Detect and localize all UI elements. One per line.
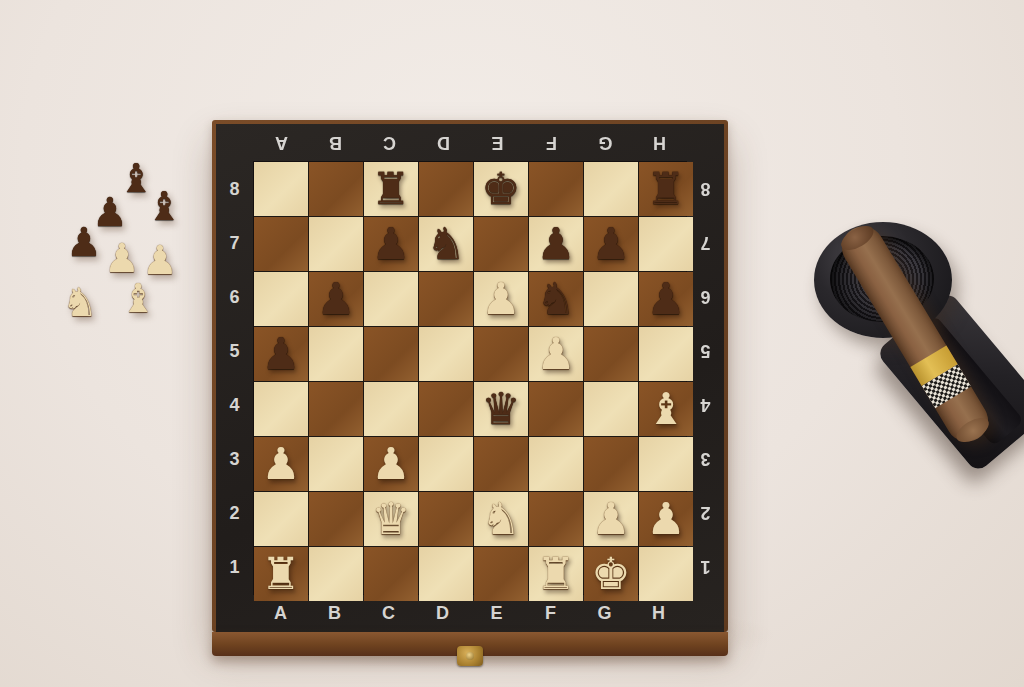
square-c3[interactable]: ♟ <box>364 437 418 491</box>
black-pawn-g7[interactable]: ♟ <box>591 222 630 266</box>
square-f6[interactable]: ♞ <box>529 272 583 326</box>
square-a6[interactable] <box>254 272 308 326</box>
square-d7[interactable]: ♞ <box>419 217 473 271</box>
rank-label-right-8: 8 <box>688 162 722 216</box>
rank-label-left-4: 4 <box>218 378 252 432</box>
square-a3[interactable]: ♟ <box>254 437 308 491</box>
square-d5[interactable] <box>419 327 473 381</box>
scene: ♝♝♟♟ ♟♟♝♞ ABCDEFGH ABCDEFGH 87654321 876… <box>0 0 1024 687</box>
white-bishop-h4[interactable]: ♝ <box>646 387 685 431</box>
square-f8[interactable] <box>529 162 583 216</box>
white-knight-e2[interactable]: ♞ <box>481 497 520 541</box>
file-label-top-e: E <box>470 126 524 160</box>
white-rook-f1[interactable]: ♜ <box>536 552 575 596</box>
square-a8[interactable] <box>254 162 308 216</box>
square-f2[interactable] <box>529 492 583 546</box>
square-h4[interactable]: ♝ <box>639 382 693 436</box>
rank-label-left-2: 2 <box>218 486 252 540</box>
rank-label-right-7: 7 <box>688 216 722 270</box>
black-knight-f6[interactable]: ♞ <box>536 277 575 321</box>
square-g3[interactable] <box>584 437 638 491</box>
rank-labels-left: 87654321 <box>218 162 252 594</box>
square-a2[interactable] <box>254 492 308 546</box>
file-label-bottom-d: D <box>416 596 470 630</box>
file-label-bottom-a: A <box>254 596 308 630</box>
square-h7[interactable] <box>639 217 693 271</box>
square-h5[interactable] <box>639 327 693 381</box>
white-pawn-a3[interactable]: ♟ <box>261 442 300 486</box>
captured-white-pawn[interactable]: ♟ <box>104 238 140 278</box>
ashtray <box>806 216 1016 446</box>
square-a7[interactable] <box>254 217 308 271</box>
board-front-edge <box>212 632 728 656</box>
square-b2[interactable] <box>309 492 363 546</box>
white-queen-c2[interactable]: ♛ <box>371 497 410 541</box>
square-h1[interactable] <box>639 547 693 601</box>
square-h3[interactable] <box>639 437 693 491</box>
white-pawn-c3[interactable]: ♟ <box>371 442 410 486</box>
square-a4[interactable] <box>254 382 308 436</box>
file-label-top-f: F <box>524 126 578 160</box>
square-e7[interactable] <box>474 217 528 271</box>
black-pawn-b6[interactable]: ♟ <box>316 277 355 321</box>
file-label-bottom-h: H <box>632 596 686 630</box>
captured-white-bishop[interactable]: ♝ <box>120 278 156 318</box>
square-c7[interactable]: ♟ <box>364 217 418 271</box>
rank-label-right-4: 4 <box>688 378 722 432</box>
white-pawn-f5[interactable]: ♟ <box>536 332 575 376</box>
rank-label-left-1: 1 <box>218 540 252 594</box>
white-pawn-e6[interactable]: ♟ <box>481 277 520 321</box>
square-e1[interactable] <box>474 547 528 601</box>
square-f7[interactable]: ♟ <box>529 217 583 271</box>
file-label-top-h: H <box>632 126 686 160</box>
rank-label-left-8: 8 <box>218 162 252 216</box>
square-g8[interactable] <box>584 162 638 216</box>
square-e3[interactable] <box>474 437 528 491</box>
rank-label-right-1: 1 <box>688 540 722 594</box>
file-label-bottom-f: F <box>524 596 578 630</box>
file-labels-top: ABCDEFGH <box>254 126 686 160</box>
black-rook-c8[interactable]: ♜ <box>371 167 410 211</box>
square-e4[interactable]: ♛ <box>474 382 528 436</box>
square-b7[interactable] <box>309 217 363 271</box>
white-rook-a1[interactable]: ♜ <box>261 552 300 596</box>
square-h8[interactable]: ♜ <box>639 162 693 216</box>
file-label-bottom-c: C <box>362 596 416 630</box>
rank-label-left-5: 5 <box>218 324 252 378</box>
file-label-top-b: B <box>308 126 362 160</box>
rank-label-left-6: 6 <box>218 270 252 324</box>
file-label-top-c: C <box>362 126 416 160</box>
square-b1[interactable] <box>309 547 363 601</box>
square-a1[interactable]: ♜ <box>254 547 308 601</box>
square-f3[interactable] <box>529 437 583 491</box>
square-b5[interactable] <box>309 327 363 381</box>
square-d8[interactable] <box>419 162 473 216</box>
black-king-e8[interactable]: ♚ <box>481 167 520 211</box>
square-h2[interactable]: ♟ <box>639 492 693 546</box>
square-c1[interactable] <box>364 547 418 601</box>
captured-white-pawn[interactable]: ♟ <box>142 240 178 280</box>
square-c2[interactable]: ♛ <box>364 492 418 546</box>
black-queen-e4[interactable]: ♛ <box>481 387 520 431</box>
rank-label-right-2: 2 <box>688 486 722 540</box>
square-b4[interactable] <box>309 382 363 436</box>
cigar-cap <box>837 221 877 255</box>
square-g7[interactable]: ♟ <box>584 217 638 271</box>
square-g2[interactable]: ♟ <box>584 492 638 546</box>
square-a5[interactable]: ♟ <box>254 327 308 381</box>
captured-white-knight[interactable]: ♞ <box>62 282 98 322</box>
square-b8[interactable] <box>309 162 363 216</box>
square-f1[interactable]: ♜ <box>529 547 583 601</box>
square-g4[interactable] <box>584 382 638 436</box>
square-f5[interactable]: ♟ <box>529 327 583 381</box>
file-label-bottom-e: E <box>470 596 524 630</box>
captured-black-pawn[interactable]: ♟ <box>66 222 102 262</box>
square-d4[interactable] <box>419 382 473 436</box>
chess-board: ABCDEFGH ABCDEFGH 87654321 87654321 ♜♚♜♟… <box>212 120 728 656</box>
file-label-top-d: D <box>416 126 470 160</box>
square-d6[interactable] <box>419 272 473 326</box>
square-d3[interactable] <box>419 437 473 491</box>
square-h6[interactable]: ♟ <box>639 272 693 326</box>
square-g1[interactable]: ♚ <box>584 547 638 601</box>
brass-clasp <box>457 646 483 666</box>
rank-label-left-3: 3 <box>218 432 252 486</box>
square-c5[interactable] <box>364 327 418 381</box>
square-f4[interactable] <box>529 382 583 436</box>
square-g5[interactable] <box>584 327 638 381</box>
square-c8[interactable]: ♜ <box>364 162 418 216</box>
square-e8[interactable]: ♚ <box>474 162 528 216</box>
black-rook-h8[interactable]: ♜ <box>646 167 685 211</box>
rank-label-left-7: 7 <box>218 216 252 270</box>
square-g6[interactable] <box>584 272 638 326</box>
square-b6[interactable]: ♟ <box>309 272 363 326</box>
square-d2[interactable] <box>419 492 473 546</box>
black-pawn-c7[interactable]: ♟ <box>371 222 410 266</box>
square-c6[interactable] <box>364 272 418 326</box>
rank-label-right-5: 5 <box>688 324 722 378</box>
white-pawn-g2[interactable]: ♟ <box>591 497 630 541</box>
square-d1[interactable] <box>419 547 473 601</box>
black-pawn-h6[interactable]: ♟ <box>646 277 685 321</box>
file-labels-bottom: ABCDEFGH <box>254 596 686 630</box>
square-e5[interactable] <box>474 327 528 381</box>
black-knight-d7[interactable]: ♞ <box>426 222 465 266</box>
board-grid: ♜♚♜♟♞♟♟♟♟♞♟♟♟♛♝♟♟♛♞♟♟♜♜♚ <box>254 162 686 594</box>
black-pawn-f7[interactable]: ♟ <box>536 222 575 266</box>
rank-labels-right: 87654321 <box>688 162 722 594</box>
square-b3[interactable] <box>309 437 363 491</box>
file-label-top-g: G <box>578 126 632 160</box>
square-c4[interactable] <box>364 382 418 436</box>
white-king-g1[interactable]: ♚ <box>591 552 630 596</box>
file-label-bottom-g: G <box>578 596 632 630</box>
file-label-bottom-b: B <box>308 596 362 630</box>
black-pawn-a5[interactable]: ♟ <box>261 332 300 376</box>
captured-black-bishop[interactable]: ♝ <box>146 186 182 226</box>
rank-label-right-6: 6 <box>688 270 722 324</box>
file-label-top-a: A <box>254 126 308 160</box>
white-pawn-h2[interactable]: ♟ <box>646 497 685 541</box>
square-e6[interactable]: ♟ <box>474 272 528 326</box>
square-e2[interactable]: ♞ <box>474 492 528 546</box>
board-wood-rim: ABCDEFGH ABCDEFGH 87654321 87654321 ♜♚♜♟… <box>212 120 728 632</box>
board-frame: ABCDEFGH ABCDEFGH 87654321 87654321 ♜♚♜♟… <box>216 124 724 632</box>
rank-label-right-3: 3 <box>688 432 722 486</box>
